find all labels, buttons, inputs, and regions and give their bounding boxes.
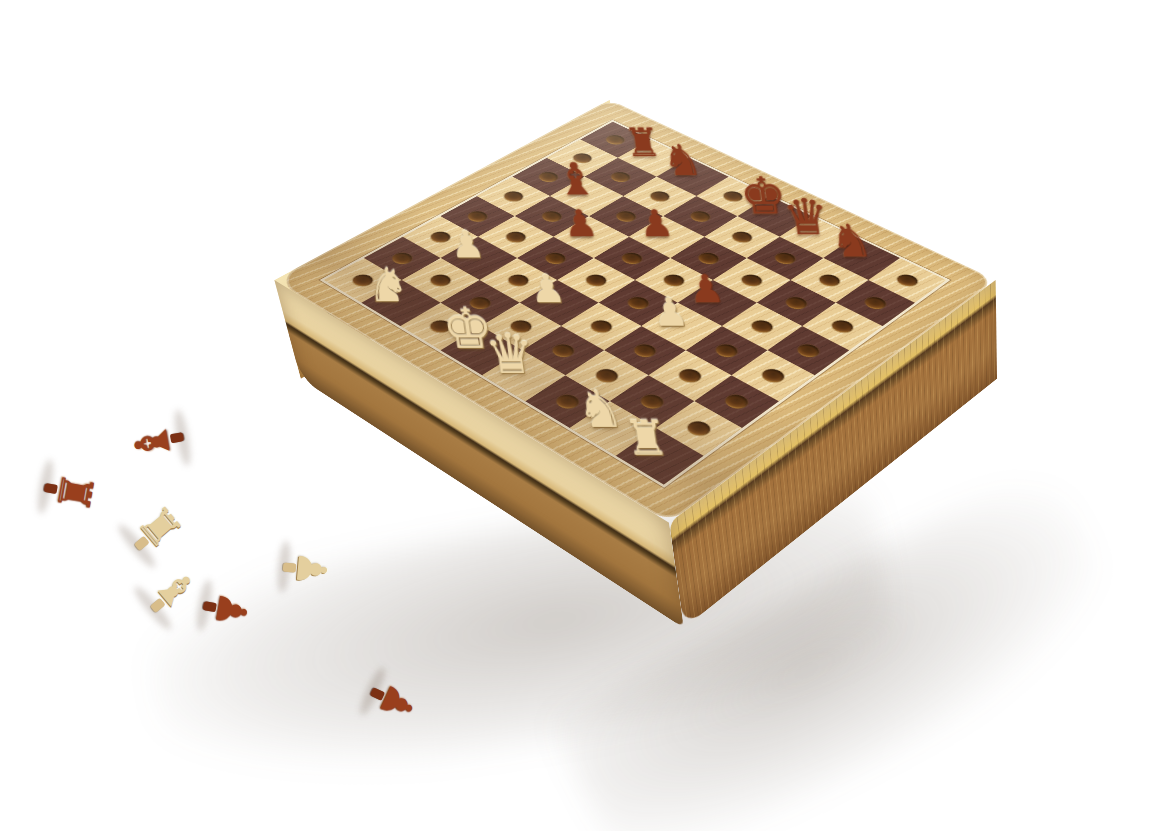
peg-hole	[464, 209, 491, 224]
captured-piece-black-r[interactable]: ♜	[50, 469, 100, 515]
peg-hole	[502, 229, 529, 244]
captured-piece-white-p[interactable]: ♟	[291, 549, 334, 588]
peg-hole	[758, 366, 788, 385]
peg-hole	[607, 170, 633, 184]
peg-hole	[893, 272, 921, 288]
square-a1[interactable]: ♜	[616, 428, 704, 485]
product-photo-stage: ♜♞♚♛♞♝♟♟♟♟♟♟♞♚♛♞♜ ♝♜♜♝♟♟♟	[0, 0, 1164, 831]
piece-black-n-b8[interactable]: ♞	[820, 218, 881, 263]
peg-hole	[712, 341, 742, 359]
captured-piece-glyph: ♜	[50, 469, 100, 515]
chess-travel-box: ♜♞♚♛♞♝♟♟♟♟♟♟♞♚♛♞♜	[274, 100, 995, 523]
square-b8[interactable]: ♞	[823, 237, 900, 280]
piece-black-p-e6[interactable]: ♟	[626, 205, 685, 242]
peg-hole	[738, 272, 766, 288]
piece-black-b-g6[interactable]: ♝	[546, 157, 604, 201]
piece-black-n-f8[interactable]: ♞	[653, 139, 710, 182]
peg-hole	[500, 189, 527, 203]
captured-piece-glyph: ♟	[209, 589, 255, 631]
square-a5[interactable]	[767, 326, 849, 375]
peg-hole	[695, 250, 723, 266]
captured-piece-white-r[interactable]: ♜	[130, 498, 189, 557]
captured-piece-glyph: ♜	[130, 498, 189, 557]
peg-hole	[782, 294, 811, 311]
peg-hole	[548, 341, 578, 359]
captured-piece-glyph: ♟	[291, 549, 334, 588]
peg-hole	[630, 341, 660, 359]
piece-white-q-d1[interactable]: ♛	[477, 327, 544, 382]
captured-piece-black-p[interactable]: ♟	[209, 589, 255, 631]
peg-hole	[541, 250, 569, 266]
peg-hole	[861, 294, 890, 311]
piece-white-p-g3[interactable]: ♟	[437, 226, 497, 264]
peg-hole	[728, 229, 755, 244]
peg-hole	[637, 392, 668, 411]
piece-white-p-c4[interactable]: ♟	[639, 293, 702, 332]
captured-piece-glyph: ♝	[126, 419, 178, 468]
peg-hole	[747, 317, 776, 334]
peg-hole	[687, 209, 714, 224]
peg-hole	[582, 272, 610, 288]
peg-hole	[587, 317, 616, 334]
peg-hole	[426, 272, 454, 288]
piece-white-p-e3[interactable]: ♟	[516, 270, 578, 309]
peg-hole	[683, 418, 714, 438]
captured-piece-black-b[interactable]: ♝	[126, 419, 178, 468]
piece-white-r-a1[interactable]: ♜	[612, 414, 681, 463]
peg-hole	[618, 250, 646, 266]
peg-hole	[828, 317, 857, 334]
peg-hole	[815, 272, 843, 288]
peg-hole	[721, 392, 752, 411]
piece-white-n-g1[interactable]: ♞	[357, 261, 420, 308]
peg-hole	[675, 366, 705, 385]
peg-hole	[793, 341, 823, 359]
piece-black-p-f5[interactable]: ♟	[551, 205, 610, 242]
peg-hole	[771, 250, 799, 266]
